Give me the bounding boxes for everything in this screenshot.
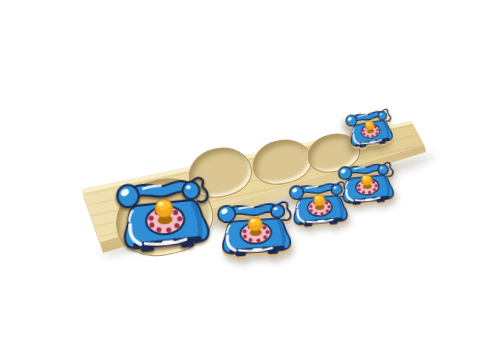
- phone-piece-telephone-xs[interactable]: [344, 105, 396, 150]
- piece-layer: [0, 0, 500, 350]
- phone-piece-telephone-xl[interactable]: [114, 170, 215, 256]
- puzzle-photo: [0, 0, 500, 350]
- phone-piece-telephone-s[interactable]: [337, 158, 397, 208]
- phone-piece-telephone-l[interactable]: [216, 196, 295, 259]
